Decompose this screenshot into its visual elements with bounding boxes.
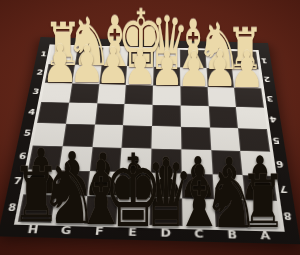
square-e2 <box>126 66 154 85</box>
square-c8 <box>182 199 215 227</box>
coord-bottom-G: G <box>48 223 83 239</box>
square-e8 <box>117 197 151 225</box>
square-c2 <box>180 67 207 86</box>
vinyl-chess-mat: 12345678 12345678 HGFEDCBA <box>0 37 300 244</box>
coord-right-3: 3 <box>261 88 278 108</box>
square-c1 <box>180 50 207 68</box>
square-f7 <box>87 171 120 197</box>
coord-bottom-C: C <box>182 226 216 242</box>
square-e4 <box>123 104 152 126</box>
square-c3 <box>180 86 208 107</box>
square-c4 <box>180 106 209 128</box>
square-a7 <box>243 175 277 201</box>
square-h6 <box>28 145 62 170</box>
square-g7 <box>55 170 90 196</box>
square-b6 <box>211 150 243 175</box>
square-b2 <box>206 68 234 87</box>
board-grid <box>18 46 281 228</box>
square-h7 <box>23 169 59 195</box>
square-a6 <box>240 151 273 176</box>
square-d6 <box>151 148 182 173</box>
square-f1 <box>101 48 128 66</box>
square-c7 <box>181 173 213 199</box>
square-d4 <box>152 105 181 127</box>
square-g5 <box>62 124 94 147</box>
square-a2 <box>232 69 261 88</box>
square-d5 <box>151 126 181 149</box>
square-g6 <box>59 146 92 171</box>
square-d7 <box>150 172 182 198</box>
coord-bottom-E: E <box>116 224 150 240</box>
square-b7 <box>212 174 245 200</box>
coord-right-1: 1 <box>256 52 272 70</box>
coord-right-8: 8 <box>277 201 298 229</box>
square-d3 <box>153 85 181 106</box>
square-g3 <box>69 83 99 103</box>
square-g1 <box>75 47 103 65</box>
square-f3 <box>97 84 126 104</box>
square-d2 <box>153 67 180 86</box>
square-c6 <box>181 149 212 174</box>
square-h2 <box>45 64 75 83</box>
square-e7 <box>118 171 150 197</box>
square-h4 <box>37 102 69 124</box>
coord-bottom-B: B <box>215 227 249 243</box>
coord-right-5: 5 <box>267 129 286 152</box>
square-h8 <box>18 195 55 223</box>
square-h1 <box>49 46 78 64</box>
square-f8 <box>84 196 119 224</box>
coord-bottom-A: A <box>248 228 283 244</box>
square-b4 <box>208 106 238 128</box>
square-h5 <box>33 123 66 146</box>
coord-right-7: 7 <box>273 176 293 202</box>
coord-right-6: 6 <box>270 152 289 176</box>
square-b1 <box>205 50 232 68</box>
square-e1 <box>127 48 154 66</box>
square-a8 <box>245 200 281 228</box>
square-f2 <box>99 65 127 84</box>
coord-bottom-H: H <box>15 222 51 238</box>
coord-bottom-F: F <box>82 224 117 240</box>
square-f6 <box>89 147 121 172</box>
square-g4 <box>66 103 97 125</box>
square-f5 <box>92 124 123 147</box>
square-f4 <box>95 104 125 126</box>
square-a5 <box>238 128 270 151</box>
square-d1 <box>154 49 180 67</box>
coord-right-2: 2 <box>259 69 276 88</box>
square-g2 <box>72 64 101 83</box>
square-b3 <box>207 87 236 108</box>
square-b5 <box>209 128 240 151</box>
square-a4 <box>236 107 267 129</box>
square-e3 <box>125 84 153 104</box>
square-e5 <box>122 125 152 148</box>
square-c5 <box>181 127 211 150</box>
square-h3 <box>41 82 72 102</box>
square-d8 <box>149 198 182 226</box>
square-e6 <box>120 148 151 173</box>
square-b8 <box>214 200 248 228</box>
square-a1 <box>231 51 259 69</box>
coord-bottom-D: D <box>149 225 183 241</box>
square-a3 <box>234 87 264 108</box>
square-g8 <box>51 195 87 223</box>
coord-right-4: 4 <box>264 108 282 130</box>
photo-chess-scene: 12345678 12345678 HGFEDCBA ♜♞♝♛♚♝♞♜♟♟♟♟♟… <box>0 0 300 255</box>
